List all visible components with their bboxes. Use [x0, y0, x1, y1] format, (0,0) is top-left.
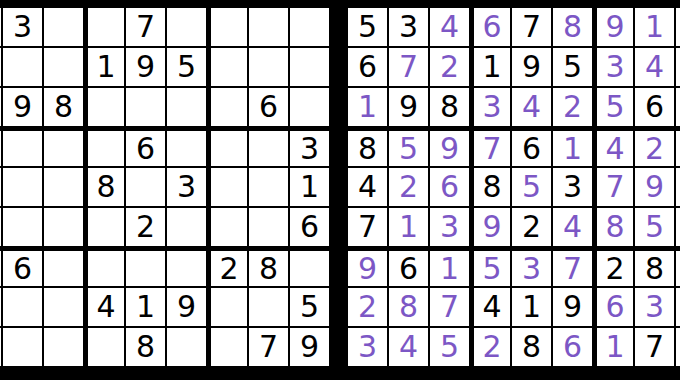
- cell-r7c8: 8: [248, 247, 289, 287]
- cell-r5c9: 1: [675, 167, 680, 207]
- cell-r5c5: 5: [511, 167, 552, 207]
- cell-r9c9: 9: [675, 327, 680, 367]
- cell-r8c7: [207, 287, 248, 327]
- cell-r1c5: 7: [125, 7, 166, 47]
- cell-r3c5: 4: [511, 87, 552, 127]
- cell-r2c7: [207, 47, 248, 87]
- cell-r9c8: 7: [248, 327, 289, 367]
- cell-r9c2: [2, 327, 43, 367]
- cell-r2c2: [2, 47, 43, 87]
- cell-r1c9: 2: [675, 7, 680, 47]
- cell-r5c4: 8: [84, 167, 125, 207]
- cell-r5c6: 3: [552, 167, 593, 207]
- cell-r6c9: 6: [289, 207, 330, 247]
- cell-r7c6: [166, 247, 207, 287]
- cell-r4c5: 6: [511, 127, 552, 167]
- cell-r1c5: 7: [511, 7, 552, 47]
- cell-r4c4: 7: [470, 127, 511, 167]
- cell-r6c4: [84, 207, 125, 247]
- cell-r2c9: [289, 47, 330, 87]
- cell-r4c5: 6: [125, 127, 166, 167]
- cell-r7c7: 2: [593, 247, 634, 287]
- cell-r9c5: 8: [125, 327, 166, 367]
- cell-r8c5: 1: [511, 287, 552, 327]
- cell-r2c8: 4: [634, 47, 675, 87]
- cell-r1c8: [248, 7, 289, 47]
- cell-r9c6: [166, 327, 207, 367]
- cell-r9c5: 8: [511, 327, 552, 367]
- cell-r3c2: 9: [2, 87, 43, 127]
- cell-r7c4: [84, 247, 125, 287]
- cell-r6c8: 5: [634, 207, 675, 247]
- cell-r6c6: 4: [552, 207, 593, 247]
- cell-r4c3: 9: [429, 127, 470, 167]
- cell-r9c3: 5: [429, 327, 470, 367]
- cell-r8c3: 7: [429, 287, 470, 327]
- cell-r8c8: [248, 287, 289, 327]
- cell-r4c8: [248, 127, 289, 167]
- cell-r6c9: 6: [675, 207, 680, 247]
- cell-r6c2: [2, 207, 43, 247]
- cell-r1c4: 6: [470, 7, 511, 47]
- cell-r1c2: 3: [2, 7, 43, 47]
- cell-r3c5: [125, 87, 166, 127]
- cell-r9c1: 3: [347, 327, 388, 367]
- cell-r1c4: [84, 7, 125, 47]
- cell-r6c4: 9: [470, 207, 511, 247]
- cell-r3c3: 8: [43, 87, 84, 127]
- cell-r3c8: 6: [634, 87, 675, 127]
- cell-r4c3: [43, 127, 84, 167]
- cell-r3c7: [207, 87, 248, 127]
- cell-r3c4: [84, 87, 125, 127]
- cell-r7c3: 1: [429, 247, 470, 287]
- cell-r8c4: 4: [470, 287, 511, 327]
- cell-r7c2: 6: [2, 247, 43, 287]
- cell-r6c7: 8: [593, 207, 634, 247]
- cell-r1c3: [43, 7, 84, 47]
- cell-r8c8: 3: [634, 287, 675, 327]
- cell-r7c4: 5: [470, 247, 511, 287]
- cell-r5c7: 7: [593, 167, 634, 207]
- cell-r5c8: 9: [634, 167, 675, 207]
- cell-r8c2: 8: [388, 287, 429, 327]
- cell-r6c2: 1: [388, 207, 429, 247]
- cell-r5c8: [248, 167, 289, 207]
- cell-r2c6: 5: [166, 47, 207, 87]
- cell-r3c8: 6: [248, 87, 289, 127]
- cell-r6c5: 2: [511, 207, 552, 247]
- cell-r7c5: [125, 247, 166, 287]
- cell-r7c3: [43, 247, 84, 287]
- sudoku-solution-grid: 5346789126721953481983425678597614234268…: [342, 2, 680, 372]
- cell-r5c3: 6: [429, 167, 470, 207]
- cell-r2c6: 5: [552, 47, 593, 87]
- cell-r2c1: 6: [347, 47, 388, 87]
- cell-r3c1: 1: [347, 87, 388, 127]
- cell-r1c9: [289, 7, 330, 47]
- cell-r2c4: 1: [470, 47, 511, 87]
- cell-r4c6: [166, 127, 207, 167]
- cell-r2c4: 1: [84, 47, 125, 87]
- cell-r3c2: 9: [388, 87, 429, 127]
- cell-r1c8: 1: [634, 7, 675, 47]
- cell-r5c5: [125, 167, 166, 207]
- cell-r4c7: [207, 127, 248, 167]
- cell-r8c4: 4: [84, 287, 125, 327]
- cell-r6c3: 3: [429, 207, 470, 247]
- cell-r4c9: 3: [675, 127, 680, 167]
- cell-r5c1: 4: [347, 167, 388, 207]
- cell-r9c4: [84, 327, 125, 367]
- cell-r8c3: [43, 287, 84, 327]
- cell-r8c5: 1: [125, 287, 166, 327]
- cell-r9c3: [43, 327, 84, 367]
- cell-r8c7: 6: [593, 287, 634, 327]
- cell-r7c6: 7: [552, 247, 593, 287]
- cell-r7c5: 3: [511, 247, 552, 287]
- cell-r1c7: [207, 7, 248, 47]
- sudoku-diagram: 537619598686348317266284195879 534678912…: [0, 0, 680, 380]
- cell-r4c9: 3: [289, 127, 330, 167]
- cell-r7c8: 8: [634, 247, 675, 287]
- cell-r9c7: [207, 327, 248, 367]
- cell-r3c9: 7: [675, 87, 680, 127]
- cell-r6c3: [43, 207, 84, 247]
- cell-r1c3: 4: [429, 7, 470, 47]
- cell-r2c5: 9: [511, 47, 552, 87]
- cell-r1c7: 9: [593, 7, 634, 47]
- cell-r8c9: 5: [289, 287, 330, 327]
- cell-r8c9: 5: [675, 287, 680, 327]
- cell-r4c1: 8: [347, 127, 388, 167]
- cell-r5c6: 3: [166, 167, 207, 207]
- cell-r1c6: 8: [552, 7, 593, 47]
- cell-r2c7: 3: [593, 47, 634, 87]
- cell-r4c2: 5: [388, 127, 429, 167]
- cell-r5c2: [2, 167, 43, 207]
- cell-r4c8: 2: [634, 127, 675, 167]
- cell-r1c6: [166, 7, 207, 47]
- cell-r2c8: [248, 47, 289, 87]
- cell-r3c3: 8: [429, 87, 470, 127]
- cell-r6c7: [207, 207, 248, 247]
- cell-r2c3: [43, 47, 84, 87]
- cell-r8c6: 9: [166, 287, 207, 327]
- cell-r3c9: [289, 87, 330, 127]
- cell-r7c9: [289, 247, 330, 287]
- cell-r1c2: 3: [388, 7, 429, 47]
- cell-r2c3: 2: [429, 47, 470, 87]
- cell-r7c2: 6: [388, 247, 429, 287]
- cell-r3c6: [166, 87, 207, 127]
- cell-r8c1: 2: [347, 287, 388, 327]
- cell-r5c3: [43, 167, 84, 207]
- cell-r3c7: 5: [593, 87, 634, 127]
- cell-r9c9: 9: [289, 327, 330, 367]
- cell-r5c2: 2: [388, 167, 429, 207]
- cell-r4c2: [2, 127, 43, 167]
- cell-r9c7: 1: [593, 327, 634, 367]
- cell-r4c6: 1: [552, 127, 593, 167]
- cell-r9c2: 4: [388, 327, 429, 367]
- cell-r5c7: [207, 167, 248, 207]
- sudoku-puzzle-grid: 537619598686348317266284195879: [0, 2, 335, 372]
- cell-r7c9: 4: [675, 247, 680, 287]
- cell-r3c4: 3: [470, 87, 511, 127]
- cell-r2c5: 9: [125, 47, 166, 87]
- cell-r6c1: 7: [347, 207, 388, 247]
- cell-r6c8: [248, 207, 289, 247]
- cell-r6c6: [166, 207, 207, 247]
- cell-r5c4: 8: [470, 167, 511, 207]
- cell-r3c6: 2: [552, 87, 593, 127]
- cell-r4c7: 4: [593, 127, 634, 167]
- cell-r9c8: 7: [634, 327, 675, 367]
- cell-r4c4: [84, 127, 125, 167]
- cell-r2c9: 8: [675, 47, 680, 87]
- cell-r1c1: 5: [347, 7, 388, 47]
- cell-r7c1: 9: [347, 247, 388, 287]
- cell-r6c5: 2: [125, 207, 166, 247]
- cell-r7c7: 2: [207, 247, 248, 287]
- cell-r8c6: 9: [552, 287, 593, 327]
- cell-r9c6: 6: [552, 327, 593, 367]
- cell-r5c9: 1: [289, 167, 330, 207]
- cell-r8c2: [2, 287, 43, 327]
- cell-r2c2: 7: [388, 47, 429, 87]
- cell-r9c4: 2: [470, 327, 511, 367]
